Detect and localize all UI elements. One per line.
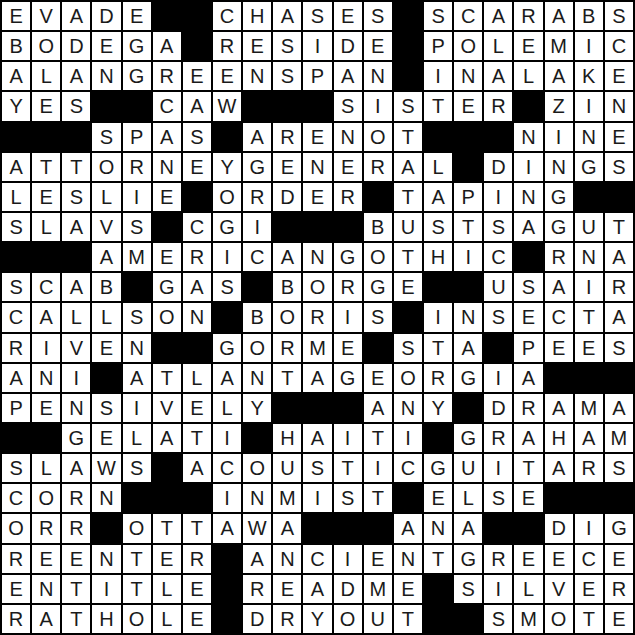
- letter-cell[interactable]: C: [213, 454, 241, 482]
- letter-cell[interactable]: A: [394, 514, 422, 542]
- letter-cell[interactable]: O: [273, 303, 301, 331]
- letter-cell[interactable]: U: [454, 454, 482, 482]
- letter-cell[interactable]: A: [303, 364, 331, 392]
- letter-cell[interactable]: C: [454, 2, 482, 30]
- letter-cell[interactable]: E: [92, 334, 120, 362]
- letter-cell[interactable]: E: [183, 153, 211, 181]
- letter-cell[interactable]: S: [2, 213, 30, 241]
- letter-cell[interactable]: T: [394, 123, 422, 151]
- letter-cell[interactable]: E: [605, 545, 633, 573]
- letter-cell[interactable]: N: [92, 484, 120, 512]
- letter-cell[interactable]: N: [273, 545, 301, 573]
- letter-cell[interactable]: E: [364, 545, 392, 573]
- letter-cell[interactable]: S: [303, 2, 331, 30]
- letter-cell[interactable]: A: [2, 364, 30, 392]
- letter-cell[interactable]: S: [183, 123, 211, 151]
- letter-cell[interactable]: N: [394, 394, 422, 422]
- letter-cell[interactable]: I: [454, 243, 482, 271]
- letter-cell[interactable]: O: [2, 514, 30, 542]
- letter-cell[interactable]: A: [273, 243, 301, 271]
- letter-cell[interactable]: E: [92, 32, 120, 60]
- letter-cell[interactable]: B: [575, 2, 603, 30]
- letter-cell[interactable]: A: [303, 424, 331, 452]
- letter-cell[interactable]: R: [62, 484, 90, 512]
- letter-cell[interactable]: E: [92, 424, 120, 452]
- letter-cell[interactable]: L: [153, 575, 181, 603]
- letter-cell[interactable]: E: [32, 92, 60, 120]
- letter-cell[interactable]: G: [605, 514, 633, 542]
- letter-cell[interactable]: E: [183, 62, 211, 90]
- letter-cell[interactable]: R: [273, 123, 301, 151]
- letter-cell[interactable]: A: [183, 92, 211, 120]
- letter-cell[interactable]: D: [273, 183, 301, 211]
- letter-cell[interactable]: E: [334, 2, 362, 30]
- letter-cell[interactable]: I: [484, 575, 512, 603]
- letter-cell[interactable]: G: [213, 334, 241, 362]
- letter-cell[interactable]: E: [545, 545, 573, 573]
- letter-cell[interactable]: T: [334, 454, 362, 482]
- letter-cell[interactable]: E: [153, 545, 181, 573]
- letter-cell[interactable]: A: [394, 153, 422, 181]
- letter-cell[interactable]: S: [605, 153, 633, 181]
- letter-cell[interactable]: N: [92, 545, 120, 573]
- letter-cell[interactable]: S: [364, 303, 392, 331]
- letter-cell[interactable]: G: [364, 273, 392, 301]
- letter-cell[interactable]: S: [394, 334, 422, 362]
- letter-cell[interactable]: H: [243, 2, 271, 30]
- letter-cell[interactable]: A: [514, 364, 542, 392]
- letter-cell[interactable]: I: [514, 153, 542, 181]
- letter-cell[interactable]: S: [484, 605, 512, 633]
- letter-cell[interactable]: N: [303, 153, 331, 181]
- letter-cell[interactable]: O: [92, 153, 120, 181]
- letter-cell[interactable]: A: [575, 424, 603, 452]
- letter-cell[interactable]: A: [545, 394, 573, 422]
- letter-cell[interactable]: S: [484, 303, 512, 331]
- letter-cell[interactable]: I: [334, 545, 362, 573]
- letter-cell[interactable]: I: [424, 303, 452, 331]
- letter-cell[interactable]: S: [484, 213, 512, 241]
- letter-cell[interactable]: G: [454, 424, 482, 452]
- letter-cell[interactable]: A: [454, 334, 482, 362]
- letter-cell[interactable]: G: [454, 364, 482, 392]
- letter-cell[interactable]: N: [334, 123, 362, 151]
- letter-cell[interactable]: N: [243, 62, 271, 90]
- letter-cell[interactable]: O: [32, 484, 60, 512]
- letter-cell[interactable]: T: [183, 424, 211, 452]
- letter-cell[interactable]: T: [123, 545, 151, 573]
- letter-cell[interactable]: V: [153, 394, 181, 422]
- letter-cell[interactable]: A: [424, 183, 452, 211]
- letter-cell[interactable]: R: [2, 545, 30, 573]
- letter-cell[interactable]: I: [364, 454, 392, 482]
- letter-cell[interactable]: E: [605, 123, 633, 151]
- letter-cell[interactable]: R: [484, 92, 512, 120]
- letter-cell[interactable]: T: [153, 364, 181, 392]
- letter-cell[interactable]: S: [394, 92, 422, 120]
- letter-cell[interactable]: R: [334, 273, 362, 301]
- letter-cell[interactable]: A: [62, 62, 90, 90]
- letter-cell[interactable]: I: [303, 32, 331, 60]
- letter-cell[interactable]: S: [605, 334, 633, 362]
- letter-cell[interactable]: A: [243, 545, 271, 573]
- letter-cell[interactable]: D: [334, 575, 362, 603]
- letter-cell[interactable]: M: [303, 334, 331, 362]
- letter-cell[interactable]: N: [243, 484, 271, 512]
- letter-cell[interactable]: A: [545, 2, 573, 30]
- letter-cell[interactable]: E: [303, 183, 331, 211]
- letter-cell[interactable]: R: [514, 2, 542, 30]
- letter-cell[interactable]: O: [123, 514, 151, 542]
- letter-cell[interactable]: H: [273, 424, 301, 452]
- letter-cell[interactable]: O: [364, 243, 392, 271]
- letter-cell[interactable]: S: [334, 92, 362, 120]
- letter-cell[interactable]: N: [364, 62, 392, 90]
- letter-cell[interactable]: S: [364, 2, 392, 30]
- letter-cell[interactable]: A: [303, 575, 331, 603]
- letter-cell[interactable]: N: [575, 243, 603, 271]
- letter-cell[interactable]: I: [394, 424, 422, 452]
- letter-cell[interactable]: C: [32, 273, 60, 301]
- letter-cell[interactable]: I: [213, 484, 241, 512]
- letter-cell[interactable]: I: [213, 243, 241, 271]
- letter-cell[interactable]: U: [273, 454, 301, 482]
- letter-cell[interactable]: W: [92, 454, 120, 482]
- letter-cell[interactable]: E: [153, 183, 181, 211]
- letter-cell[interactable]: E: [213, 62, 241, 90]
- letter-cell[interactable]: I: [123, 183, 151, 211]
- letter-cell[interactable]: A: [514, 424, 542, 452]
- letter-cell[interactable]: B: [92, 273, 120, 301]
- letter-cell[interactable]: C: [575, 545, 603, 573]
- letter-cell[interactable]: A: [62, 2, 90, 30]
- letter-cell[interactable]: A: [545, 454, 573, 482]
- letter-cell[interactable]: R: [514, 394, 542, 422]
- letter-cell[interactable]: M: [364, 575, 392, 603]
- letter-cell[interactable]: A: [123, 364, 151, 392]
- letter-cell[interactable]: A: [32, 303, 60, 331]
- letter-cell[interactable]: L: [514, 575, 542, 603]
- letter-cell[interactable]: N: [303, 243, 331, 271]
- letter-cell[interactable]: L: [183, 364, 211, 392]
- letter-cell[interactable]: E: [183, 605, 211, 633]
- letter-cell[interactable]: N: [514, 183, 542, 211]
- letter-cell[interactable]: E: [514, 32, 542, 60]
- letter-cell[interactable]: T: [62, 153, 90, 181]
- letter-cell[interactable]: O: [364, 123, 392, 151]
- letter-cell[interactable]: Y: [243, 394, 271, 422]
- letter-cell[interactable]: T: [394, 243, 422, 271]
- letter-cell[interactable]: I: [575, 32, 603, 60]
- letter-cell[interactable]: A: [213, 514, 241, 542]
- letter-cell[interactable]: A: [243, 123, 271, 151]
- letter-cell[interactable]: T: [575, 303, 603, 331]
- letter-cell[interactable]: P: [514, 334, 542, 362]
- letter-cell[interactable]: R: [484, 545, 512, 573]
- letter-cell[interactable]: E: [334, 334, 362, 362]
- letter-cell[interactable]: W: [213, 92, 241, 120]
- letter-cell[interactable]: N: [454, 303, 482, 331]
- letter-cell[interactable]: A: [605, 243, 633, 271]
- letter-cell[interactable]: T: [424, 334, 452, 362]
- letter-cell[interactable]: R: [2, 605, 30, 633]
- letter-cell[interactable]: G: [424, 454, 452, 482]
- letter-cell[interactable]: C: [183, 213, 211, 241]
- letter-cell[interactable]: O: [243, 334, 271, 362]
- letter-cell[interactable]: E: [514, 303, 542, 331]
- letter-cell[interactable]: A: [364, 394, 392, 422]
- letter-cell[interactable]: I: [364, 92, 392, 120]
- letter-cell[interactable]: S: [484, 484, 512, 512]
- letter-cell[interactable]: I: [575, 273, 603, 301]
- letter-cell[interactable]: G: [545, 183, 573, 211]
- letter-cell[interactable]: Y: [303, 605, 331, 633]
- letter-cell[interactable]: D: [92, 2, 120, 30]
- letter-cell[interactable]: A: [153, 424, 181, 452]
- letter-cell[interactable]: V: [62, 334, 90, 362]
- letter-cell[interactable]: A: [183, 454, 211, 482]
- letter-cell[interactable]: D: [243, 605, 271, 633]
- letter-cell[interactable]: E: [514, 545, 542, 573]
- letter-cell[interactable]: S: [2, 273, 30, 301]
- letter-cell[interactable]: S: [2, 454, 30, 482]
- letter-cell[interactable]: N: [605, 92, 633, 120]
- letter-cell[interactable]: C: [605, 32, 633, 60]
- letter-cell[interactable]: N: [514, 123, 542, 151]
- letter-cell[interactable]: L: [213, 394, 241, 422]
- letter-cell[interactable]: A: [62, 213, 90, 241]
- letter-cell[interactable]: E: [32, 545, 60, 573]
- letter-cell[interactable]: T: [424, 545, 452, 573]
- letter-cell[interactable]: O: [394, 364, 422, 392]
- letter-cell[interactable]: A: [32, 605, 60, 633]
- letter-cell[interactable]: C: [484, 243, 512, 271]
- letter-cell[interactable]: P: [123, 123, 151, 151]
- letter-cell[interactable]: C: [545, 303, 573, 331]
- letter-cell[interactable]: I: [213, 424, 241, 452]
- letter-cell[interactable]: T: [605, 213, 633, 241]
- letter-cell[interactable]: B: [273, 273, 301, 301]
- letter-cell[interactable]: T: [454, 213, 482, 241]
- letter-cell[interactable]: G: [123, 32, 151, 60]
- letter-cell[interactable]: L: [153, 605, 181, 633]
- letter-cell[interactable]: U: [484, 273, 512, 301]
- letter-cell[interactable]: E: [394, 273, 422, 301]
- letter-cell[interactable]: R: [2, 334, 30, 362]
- letter-cell[interactable]: E: [303, 123, 331, 151]
- letter-cell[interactable]: A: [545, 273, 573, 301]
- letter-cell[interactable]: K: [575, 62, 603, 90]
- letter-cell[interactable]: N: [575, 123, 603, 151]
- letter-cell[interactable]: G: [62, 424, 90, 452]
- letter-cell[interactable]: E: [545, 334, 573, 362]
- letter-cell[interactable]: E: [2, 575, 30, 603]
- letter-cell[interactable]: I: [62, 364, 90, 392]
- letter-cell[interactable]: R: [243, 183, 271, 211]
- letter-cell[interactable]: S: [424, 2, 452, 30]
- letter-cell[interactable]: I: [575, 514, 603, 542]
- letter-cell[interactable]: O: [243, 454, 271, 482]
- letter-cell[interactable]: S: [424, 213, 452, 241]
- letter-cell[interactable]: A: [213, 364, 241, 392]
- letter-cell[interactable]: R: [273, 334, 301, 362]
- letter-cell[interactable]: A: [2, 153, 30, 181]
- letter-cell[interactable]: G: [545, 213, 573, 241]
- letter-cell[interactable]: Z: [545, 92, 573, 120]
- letter-cell[interactable]: S: [62, 92, 90, 120]
- letter-cell[interactable]: W: [243, 514, 271, 542]
- letter-cell[interactable]: E: [424, 484, 452, 512]
- letter-cell[interactable]: I: [334, 303, 362, 331]
- letter-cell[interactable]: S: [334, 484, 362, 512]
- letter-cell[interactable]: A: [92, 243, 120, 271]
- letter-cell[interactable]: G: [153, 273, 181, 301]
- letter-cell[interactable]: C: [2, 303, 30, 331]
- letter-cell[interactable]: R: [484, 424, 512, 452]
- letter-cell[interactable]: I: [484, 364, 512, 392]
- letter-cell[interactable]: T: [424, 92, 452, 120]
- letter-cell[interactable]: L: [484, 32, 512, 60]
- letter-cell[interactable]: A: [273, 514, 301, 542]
- letter-cell[interactable]: E: [123, 2, 151, 30]
- letter-cell[interactable]: S: [514, 273, 542, 301]
- letter-cell[interactable]: P: [2, 394, 30, 422]
- letter-cell[interactable]: T: [32, 153, 60, 181]
- letter-cell[interactable]: R: [364, 153, 392, 181]
- letter-cell[interactable]: A: [62, 273, 90, 301]
- letter-cell[interactable]: A: [273, 2, 301, 30]
- letter-cell[interactable]: E: [32, 394, 60, 422]
- letter-cell[interactable]: A: [183, 273, 211, 301]
- letter-cell[interactable]: A: [153, 123, 181, 151]
- letter-cell[interactable]: G: [243, 153, 271, 181]
- letter-cell[interactable]: E: [575, 575, 603, 603]
- letter-cell[interactable]: R: [273, 605, 301, 633]
- letter-cell[interactable]: C: [213, 2, 241, 30]
- letter-cell[interactable]: L: [62, 303, 90, 331]
- letter-cell[interactable]: N: [424, 514, 452, 542]
- letter-cell[interactable]: U: [364, 605, 392, 633]
- letter-cell[interactable]: R: [424, 364, 452, 392]
- letter-cell[interactable]: E: [605, 62, 633, 90]
- letter-cell[interactable]: O: [123, 605, 151, 633]
- letter-cell[interactable]: T: [62, 605, 90, 633]
- letter-cell[interactable]: O: [303, 273, 331, 301]
- letter-cell[interactable]: S: [273, 62, 301, 90]
- letter-cell[interactable]: N: [123, 334, 151, 362]
- letter-cell[interactable]: D: [484, 394, 512, 422]
- letter-cell[interactable]: E: [575, 334, 603, 362]
- letter-cell[interactable]: T: [273, 364, 301, 392]
- letter-cell[interactable]: L: [123, 424, 151, 452]
- letter-cell[interactable]: I: [123, 394, 151, 422]
- letter-cell[interactable]: N: [153, 153, 181, 181]
- letter-cell[interactable]: L: [32, 454, 60, 482]
- letter-cell[interactable]: I: [575, 92, 603, 120]
- letter-cell[interactable]: G: [334, 364, 362, 392]
- letter-cell[interactable]: E: [243, 32, 271, 60]
- letter-cell[interactable]: U: [394, 213, 422, 241]
- letter-cell[interactable]: N: [32, 364, 60, 392]
- letter-cell[interactable]: I: [424, 62, 452, 90]
- letter-cell[interactable]: A: [484, 62, 512, 90]
- letter-cell[interactable]: E: [514, 484, 542, 512]
- letter-cell[interactable]: D: [62, 32, 90, 60]
- letter-cell[interactable]: N: [394, 545, 422, 573]
- letter-cell[interactable]: V: [92, 213, 120, 241]
- letter-cell[interactable]: A: [605, 303, 633, 331]
- letter-cell[interactable]: Y: [424, 394, 452, 422]
- letter-cell[interactable]: A: [514, 213, 542, 241]
- letter-cell[interactable]: B: [2, 32, 30, 60]
- letter-cell[interactable]: O: [213, 183, 241, 211]
- letter-cell[interactable]: E: [364, 364, 392, 392]
- letter-cell[interactable]: L: [424, 153, 452, 181]
- letter-cell[interactable]: R: [183, 243, 211, 271]
- letter-cell[interactable]: R: [605, 575, 633, 603]
- letter-cell[interactable]: R: [153, 62, 181, 90]
- letter-cell[interactable]: H: [424, 243, 452, 271]
- letter-cell[interactable]: R: [183, 545, 211, 573]
- letter-cell[interactable]: N: [62, 394, 90, 422]
- letter-cell[interactable]: E: [605, 605, 633, 633]
- letter-cell[interactable]: A: [334, 62, 362, 90]
- letter-cell[interactable]: R: [545, 243, 573, 271]
- letter-cell[interactable]: L: [2, 183, 30, 211]
- letter-cell[interactable]: N: [32, 575, 60, 603]
- letter-cell[interactable]: D: [545, 514, 573, 542]
- letter-cell[interactable]: T: [575, 605, 603, 633]
- letter-cell[interactable]: R: [605, 273, 633, 301]
- letter-cell[interactable]: S: [123, 303, 151, 331]
- letter-cell[interactable]: C: [153, 92, 181, 120]
- letter-cell[interactable]: R: [303, 303, 331, 331]
- letter-cell[interactable]: E: [153, 243, 181, 271]
- letter-cell[interactable]: G: [454, 545, 482, 573]
- letter-cell[interactable]: L: [92, 303, 120, 331]
- letter-cell[interactable]: S: [92, 394, 120, 422]
- letter-cell[interactable]: T: [364, 424, 392, 452]
- letter-cell[interactable]: S: [213, 273, 241, 301]
- letter-cell[interactable]: A: [605, 394, 633, 422]
- letter-cell[interactable]: E: [32, 183, 60, 211]
- letter-cell[interactable]: V: [545, 575, 573, 603]
- letter-cell[interactable]: A: [2, 62, 30, 90]
- letter-cell[interactable]: G: [123, 62, 151, 90]
- letter-cell[interactable]: D: [484, 153, 512, 181]
- letter-cell[interactable]: S: [605, 2, 633, 30]
- letter-cell[interactable]: P: [454, 183, 482, 211]
- letter-cell[interactable]: L: [32, 213, 60, 241]
- letter-cell[interactable]: R: [123, 153, 151, 181]
- letter-cell[interactable]: G: [213, 213, 241, 241]
- letter-cell[interactable]: E: [394, 575, 422, 603]
- letter-cell[interactable]: V: [32, 2, 60, 30]
- letter-cell[interactable]: T: [153, 514, 181, 542]
- letter-cell[interactable]: M: [575, 394, 603, 422]
- letter-cell[interactable]: T: [394, 605, 422, 633]
- letter-cell[interactable]: I: [303, 484, 331, 512]
- letter-cell[interactable]: S: [454, 575, 482, 603]
- letter-cell[interactable]: E: [334, 153, 362, 181]
- letter-cell[interactable]: Y: [2, 92, 30, 120]
- letter-cell[interactable]: T: [62, 575, 90, 603]
- letter-cell[interactable]: L: [32, 62, 60, 90]
- letter-cell[interactable]: O: [454, 32, 482, 60]
- letter-cell[interactable]: R: [62, 514, 90, 542]
- letter-cell[interactable]: E: [62, 545, 90, 573]
- letter-cell[interactable]: T: [183, 514, 211, 542]
